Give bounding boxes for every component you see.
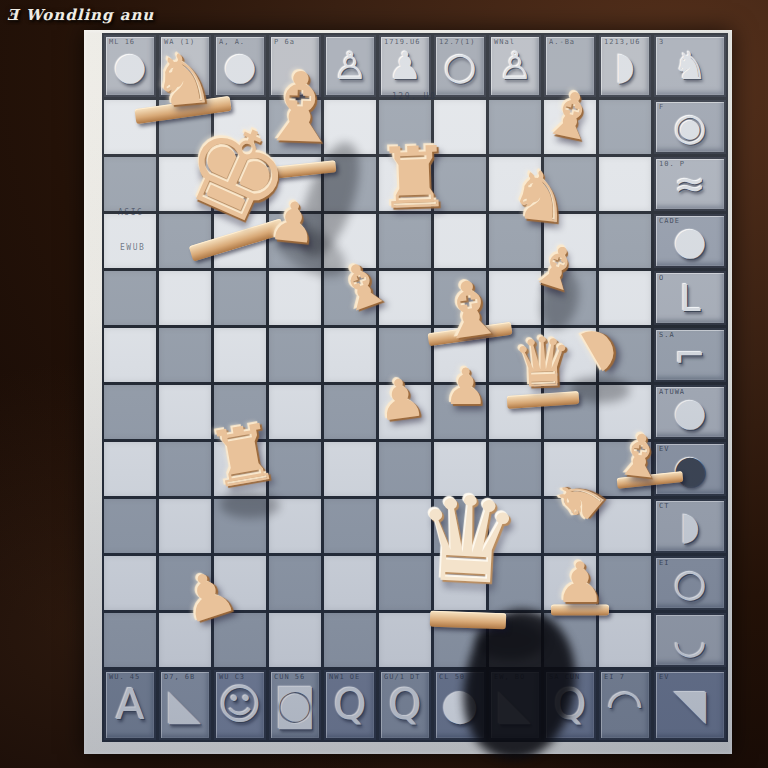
square-j7[interactable] <box>599 271 651 325</box>
square-e1[interactable] <box>324 613 376 667</box>
bottom-border-tile-9-ornate-q-icon: SA CUNQ <box>544 670 596 740</box>
square-a4[interactable] <box>104 442 156 496</box>
piece-pale-queen-g3[interactable]: ♛ <box>412 478 524 601</box>
piece-pedestal-pawn-i2[interactable]: ♟ <box>555 555 605 611</box>
square-b3[interactable] <box>159 499 211 553</box>
square-c7[interactable] <box>214 271 266 325</box>
letter-a-icon: A <box>116 684 145 726</box>
square-d6[interactable] <box>269 328 321 382</box>
bent-arm-icon: ⌐ <box>674 336 706 374</box>
hood-wedge-icon: ◣ <box>169 684 201 726</box>
tile-mark: A.-Ba <box>549 38 575 46</box>
tile-mark: O <box>659 274 664 282</box>
hooded-face-icon: ◙ <box>275 684 316 726</box>
bottom-border-tile-10-wave-icon: EI 7◠ <box>599 670 651 740</box>
tile-mark: WNal <box>494 38 515 46</box>
hood-icon: ◥ <box>674 684 706 726</box>
square-a3[interactable] <box>104 499 156 553</box>
piece-bell-pawn-g5[interactable]: ♟ <box>444 362 489 412</box>
wave-icon: ◠ <box>607 684 644 726</box>
horse-head-icon: ♞ <box>673 47 707 85</box>
tile-mark: 10. P <box>659 160 685 168</box>
top-border-tile-11-horse-head-icon: 3♞ <box>654 35 726 97</box>
right-border-tile-2-squiggle-icon: 10. P≈ <box>654 157 726 211</box>
tile-mark: S.A <box>659 331 675 339</box>
piece-small-knight-pawn-d8[interactable]: ♟ <box>266 194 320 253</box>
square-e6[interactable] <box>324 328 376 382</box>
bottom-border-tile-7-white-sphere-icon: CL 50● <box>434 670 486 740</box>
square-e2[interactable] <box>324 556 376 610</box>
circle-frame-icon: ◉ <box>673 108 706 146</box>
tile-mark: A, A. <box>219 38 245 46</box>
scene: Ǝ Wondling anu ML 16●WA (1)A, A.●P 6a♙17… <box>0 0 768 768</box>
right-border-tile-1-circle-frame-icon: F◉ <box>654 100 726 154</box>
tile-mark: 12.7(1) <box>439 38 476 46</box>
tile-mark: SA CUN <box>549 673 580 681</box>
square-a6[interactable] <box>104 328 156 382</box>
top-border-tile-6-shoe-icon: 1719.U6♟ <box>379 35 431 97</box>
square-j9[interactable] <box>599 157 651 211</box>
square-c3[interactable] <box>214 499 266 553</box>
mitten-icon: ◗ <box>615 47 635 85</box>
tile-mark: 1213,U6 <box>604 38 641 46</box>
square-d2[interactable] <box>269 556 321 610</box>
square-d1[interactable] <box>269 613 321 667</box>
square-j2[interactable] <box>599 556 651 610</box>
piece-castle-rook-c4[interactable]: ♜ <box>202 412 284 501</box>
round-blob-icon: ● <box>673 222 706 260</box>
square-a5[interactable] <box>104 385 156 439</box>
square-b7[interactable] <box>159 271 211 325</box>
piece-spire-rook-f9[interactable]: ♜ <box>375 135 453 222</box>
tile-mark: CUN 56 <box>274 673 305 681</box>
hood-wedge-icon: ◣ <box>499 684 531 726</box>
knob-icon: ♙ <box>498 47 532 85</box>
right-border-tile-8-horn-icon: CT◗ <box>654 499 726 553</box>
white-sphere-icon: ● <box>442 684 479 726</box>
ring-icon: ○ <box>673 564 706 602</box>
horn-icon: ◗ <box>680 507 700 545</box>
dark-sphere-icon: ● <box>673 450 706 488</box>
tile-mark: WU C3 <box>219 673 245 681</box>
ring-q-icon: Q <box>388 684 421 726</box>
bottom-border-tile-6-ring-q-icon: GU/1 DTQ <box>379 670 431 740</box>
right-border-tile-9-ring-icon: EI○ <box>654 556 726 610</box>
tile-mark: EW, BO <box>494 673 525 681</box>
tile-mark: F <box>659 103 664 111</box>
tile-mark: EI 7 <box>604 673 625 681</box>
square-h10[interactable] <box>489 100 541 154</box>
square-a2[interactable] <box>104 556 156 610</box>
bottom-border-tile-5-ring-q-icon: NW1 OEQ <box>324 670 376 740</box>
apple-blob-icon: ● <box>673 393 706 431</box>
bottom-border-tile-1-letter-a-icon: WU. 45A <box>104 670 156 740</box>
tile-mark: NW1 OE <box>329 673 360 681</box>
face-icon: ☺ <box>218 684 262 726</box>
egg-blob-icon: ● <box>113 47 146 85</box>
tile-mark: CADE <box>659 217 680 225</box>
tile-mark: ML 16 <box>109 38 135 46</box>
piece-figure-pawn-f5[interactable]: ♟ <box>373 370 428 430</box>
piece-triangular-bishop-g7[interactable]: ♝ <box>431 268 509 353</box>
square-j8[interactable] <box>599 214 651 268</box>
square-e4[interactable] <box>324 442 376 496</box>
elbow-icon: L <box>679 279 700 317</box>
right-border-tile-3-round-blob-icon: CADE● <box>654 214 726 268</box>
swoosh-icon: ◡ <box>673 621 706 659</box>
top-border-tile-8-knob-icon: WNal♙ <box>489 35 541 97</box>
ring-q-icon: Q <box>333 684 366 726</box>
right-border-tile-5-bent-arm-icon: S.A⌐ <box>654 328 726 382</box>
tile-mark: WU. 45 <box>109 673 140 681</box>
tile-mark: 3 <box>659 38 664 46</box>
bottom-border-tile-11-hood-icon: EV◥ <box>654 670 726 740</box>
top-border-tile-10-mitten-icon: 1213,U6◗ <box>599 35 651 97</box>
square-e3[interactable] <box>324 499 376 553</box>
shoe-icon: ♟ <box>388 47 422 85</box>
square-b4[interactable] <box>159 442 211 496</box>
tile-mark: ATUWA <box>659 388 685 396</box>
apple-blob-icon: ● <box>223 47 256 85</box>
right-border-tile-4-elbow-icon: OL <box>654 271 726 325</box>
square-b6[interactable] <box>159 328 211 382</box>
tile-mark: D7, 6B <box>164 673 195 681</box>
piece-statue-queen-pawn-h6[interactable]: ♛ <box>511 328 574 398</box>
top-border-tile-7-ring-icon: 12.7(1)○ <box>434 35 486 97</box>
square-d7[interactable] <box>269 271 321 325</box>
square-c6[interactable] <box>214 328 266 382</box>
tile-mark: GU/1 DT <box>384 673 421 681</box>
square-d5[interactable] <box>269 385 321 439</box>
squiggle-icon: ≈ <box>674 165 706 203</box>
square-a8[interactable] <box>104 214 156 268</box>
bottom-border-tile-4-hooded-face-icon: CUN 56◙ <box>269 670 321 740</box>
tile-mark: CT <box>659 502 669 510</box>
square-h1[interactable] <box>489 613 541 667</box>
tile-mark: 1719.U6 <box>384 38 421 46</box>
tile-mark: P 6a <box>274 38 295 46</box>
square-a7[interactable] <box>104 271 156 325</box>
square-a9[interactable] <box>104 157 156 211</box>
bottom-border-tile-3-face-icon: WU C3☺ <box>214 670 266 740</box>
square-j10[interactable] <box>599 100 651 154</box>
watermark: Ǝ Wondling anu <box>7 6 154 24</box>
square-j1[interactable] <box>599 613 651 667</box>
square-f1[interactable] <box>379 613 431 667</box>
tile-mark: CL 50 <box>439 673 465 681</box>
piece-robed-bishop-small-j4[interactable]: ♝ <box>611 424 669 487</box>
square-e5[interactable] <box>324 385 376 439</box>
tile-mark: EV <box>659 673 669 681</box>
bottom-border-tile-8-hood-wedge-icon: EW, BO◣ <box>489 670 541 740</box>
ornate-q-icon: Q <box>553 684 586 726</box>
square-d3[interactable] <box>269 499 321 553</box>
bottom-border-tile-2-hood-wedge-icon: D7, 6B◣ <box>159 670 211 740</box>
tile-mark: EI <box>659 559 669 567</box>
square-a10[interactable] <box>104 100 156 154</box>
square-g1[interactable] <box>434 613 486 667</box>
square-a1[interactable] <box>104 613 156 667</box>
square-i1[interactable] <box>544 613 596 667</box>
ring-icon: ○ <box>443 47 476 85</box>
right-border-tile-10-swoosh-icon: ◡ <box>654 613 726 667</box>
piece-knight-h9[interactable]: ♞ <box>506 160 574 234</box>
